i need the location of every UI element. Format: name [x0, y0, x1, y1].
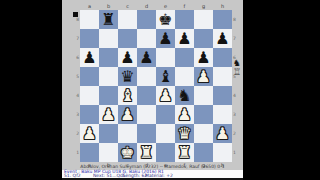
coordinate-label: 1 — [233, 143, 241, 162]
coordinate-label: 7 — [71, 29, 79, 48]
square-f2: ♛ — [175, 124, 194, 143]
white-pawn: ♟ — [177, 105, 191, 124]
white-rook: ♜ — [139, 143, 153, 162]
black-bishop: ♝ — [158, 67, 172, 86]
square-h7: ♟ — [213, 29, 232, 48]
coordinate-label: 3 — [233, 105, 241, 124]
square-d6: ♟ — [137, 48, 156, 67]
white-pawn: ♟ — [215, 124, 229, 143]
square-e6 — [156, 48, 175, 67]
square-b8: ♜ — [99, 10, 118, 29]
square-a3 — [80, 105, 99, 124]
square-g5: ♟ — [194, 67, 213, 86]
square-g3 — [194, 105, 213, 124]
black-pawn: ♟ — [196, 48, 210, 67]
square-g1 — [194, 143, 213, 162]
square-c5: ♛ — [118, 67, 137, 86]
square-c3: ♟ — [118, 105, 137, 124]
square-c6: ♟ — [118, 48, 137, 67]
coordinate-label: 7 — [233, 29, 241, 48]
square-f3: ♟ — [175, 105, 194, 124]
square-b2 — [99, 124, 118, 143]
square-d5 — [137, 67, 156, 86]
square-f7: ♟ — [175, 29, 194, 48]
square-a5 — [80, 67, 99, 86]
square-b4 — [99, 86, 118, 105]
white-king: ♚ — [120, 143, 134, 162]
coordinate-label: h — [213, 3, 232, 10]
square-f8 — [175, 10, 194, 29]
black-rook: ♜ — [101, 10, 115, 29]
coordinate-label: c — [118, 3, 137, 10]
square-a1 — [80, 143, 99, 162]
coordinate-label: f — [175, 3, 194, 10]
material-tray: ♞ ♖ — [231, 59, 243, 77]
square-b7 — [99, 29, 118, 48]
coordinate-label: a — [80, 3, 99, 10]
square-a4 — [80, 86, 99, 105]
rank-labels-right: 87654321 — [233, 10, 241, 162]
black-pawn: ♟ — [158, 29, 172, 48]
square-h1 — [213, 143, 232, 162]
video-frame: abcdefgh abcdefgh 87654321 87654321 ♜♚♟♟… — [0, 0, 320, 180]
square-e8: ♚ — [156, 10, 175, 29]
square-b5 — [99, 67, 118, 86]
coordinate-label: 1 — [71, 143, 79, 162]
black-pawn: ♟ — [139, 48, 153, 67]
square-h6 — [213, 48, 232, 67]
square-d1: ♜ — [137, 143, 156, 162]
black-king: ♚ — [158, 10, 172, 29]
coordinate-label: 2 — [233, 124, 241, 143]
white-pawn: ♟ — [82, 124, 96, 143]
black-pawn: ♟ — [82, 48, 96, 67]
content-area: abcdefgh abcdefgh 87654321 87654321 ♜♚♟♟… — [62, 0, 243, 180]
square-d4 — [137, 86, 156, 105]
square-d3 — [137, 105, 156, 124]
white-pawn: ♟ — [120, 105, 134, 124]
black-pawn: ♟ — [177, 29, 191, 48]
square-b6 — [99, 48, 118, 67]
square-e5: ♝ — [156, 67, 175, 86]
white-pawn: ♟ — [158, 86, 172, 105]
white-pawn: ♟ — [101, 105, 115, 124]
square-f1: ♜ — [175, 143, 194, 162]
file-labels-top: abcdefgh — [80, 3, 232, 10]
square-g4 — [194, 86, 213, 105]
bottom-strip — [62, 178, 243, 180]
black-knight: ♞ — [177, 86, 191, 105]
square-d8 — [137, 10, 156, 29]
square-g2 — [194, 124, 213, 143]
coordinate-label: d — [137, 3, 156, 10]
square-g6: ♟ — [194, 48, 213, 67]
white-rook: ♜ — [177, 143, 191, 162]
coordinate-label: 4 — [71, 86, 79, 105]
square-e4: ♟ — [156, 86, 175, 105]
caption-box: Event : Baku MP Cup U18 G, Baku (2016) R… — [62, 170, 243, 179]
square-e3 — [156, 105, 175, 124]
square-c7 — [118, 29, 137, 48]
square-e2 — [156, 124, 175, 143]
square-h8 — [213, 10, 232, 29]
square-a8 — [80, 10, 99, 29]
white-pawn: ♟ — [196, 67, 210, 86]
square-a6: ♟ — [80, 48, 99, 67]
square-h3 — [213, 105, 232, 124]
square-c8 — [118, 10, 137, 29]
white-bishop: ♝ — [120, 86, 134, 105]
square-h5 — [213, 67, 232, 86]
square-f4: ♞ — [175, 86, 194, 105]
square-e1 — [156, 143, 175, 162]
square-b1 — [99, 143, 118, 162]
coordinate-label: b — [99, 3, 118, 10]
coordinate-label: 4 — [233, 86, 241, 105]
coordinate-label: 3 — [71, 105, 79, 124]
square-d7 — [137, 29, 156, 48]
white-rook-icon: ♖ — [233, 68, 241, 77]
black-to-move-indicator — [73, 12, 78, 17]
rank-labels-left: 87654321 — [71, 10, 79, 162]
square-h2: ♟ — [213, 124, 232, 143]
square-c2 — [118, 124, 137, 143]
square-c1: ♚ — [118, 143, 137, 162]
square-d2 — [137, 124, 156, 143]
square-c4: ♝ — [118, 86, 137, 105]
white-queen: ♛ — [177, 124, 191, 143]
chess-board: ♜♚♟♟♟♟♟♟♟♛♝♟♝♟♞♟♟♟♟♛♟♚♜♜ — [80, 10, 232, 162]
square-a7 — [80, 29, 99, 48]
square-a2: ♟ — [80, 124, 99, 143]
coordinate-label: 5 — [71, 67, 79, 86]
square-g8 — [194, 10, 213, 29]
black-queen: ♛ — [120, 67, 134, 86]
square-e7: ♟ — [156, 29, 175, 48]
coordinate-label: 8 — [233, 10, 241, 29]
square-b3: ♟ — [99, 105, 118, 124]
coordinate-label: 6 — [71, 48, 79, 67]
black-pawn: ♟ — [120, 48, 134, 67]
square-g7 — [194, 29, 213, 48]
coordinate-label: 2 — [71, 124, 79, 143]
square-f5 — [175, 67, 194, 86]
coordinate-label: e — [156, 3, 175, 10]
square-f6 — [175, 48, 194, 67]
black-pawn: ♟ — [215, 29, 229, 48]
coordinate-label: g — [194, 3, 213, 10]
square-h4 — [213, 86, 232, 105]
